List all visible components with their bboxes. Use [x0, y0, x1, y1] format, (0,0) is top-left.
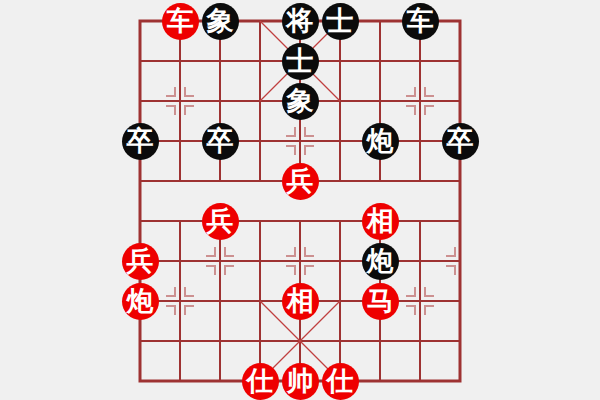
piece-red-general[interactable]: 帅: [282, 363, 319, 400]
piece-red-soldier[interactable]: 兵: [122, 243, 159, 280]
piece-red-horse[interactable]: 马: [362, 283, 399, 320]
piece-black-elephant[interactable]: 象: [282, 83, 319, 120]
piece-red-elephant[interactable]: 相: [362, 203, 399, 240]
piece-red-soldier[interactable]: 兵: [282, 163, 319, 200]
piece-black-cannon[interactable]: 炮: [362, 123, 399, 160]
page-background: 车象将士车士象卒卒炮卒兵兵相兵炮炮相马仕帅仕: [0, 0, 600, 400]
piece-red-soldier[interactable]: 兵: [202, 203, 239, 240]
piece-black-advisor[interactable]: 士: [322, 3, 359, 40]
piece-red-elephant[interactable]: 相: [282, 283, 319, 320]
piece-black-elephant[interactable]: 象: [202, 3, 239, 40]
piece-red-advisor[interactable]: 仕: [242, 363, 279, 400]
piece-black-general[interactable]: 将: [282, 3, 319, 40]
xiangqi-board: 车象将士车士象卒卒炮卒兵兵相兵炮炮相马仕帅仕: [140, 21, 460, 381]
piece-black-cannon[interactable]: 炮: [362, 243, 399, 280]
piece-black-advisor[interactable]: 士: [282, 43, 319, 80]
piece-black-chariot[interactable]: 车: [402, 3, 439, 40]
piece-red-chariot[interactable]: 车: [162, 3, 199, 40]
piece-red-cannon[interactable]: 炮: [122, 283, 159, 320]
piece-black-soldier[interactable]: 卒: [122, 123, 159, 160]
piece-black-soldier[interactable]: 卒: [202, 123, 239, 160]
piece-black-soldier[interactable]: 卒: [442, 123, 479, 160]
piece-red-advisor[interactable]: 仕: [322, 363, 359, 400]
